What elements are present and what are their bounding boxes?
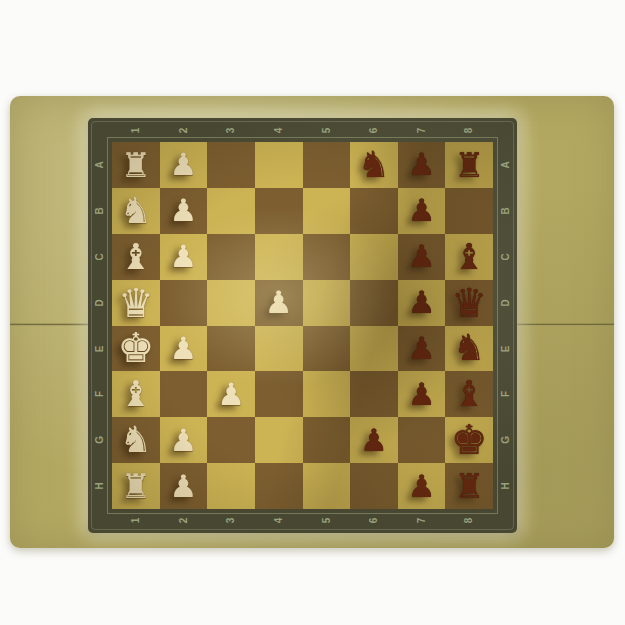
white-bishop: ♝ — [120, 376, 152, 412]
black-pawn: ♟ — [360, 425, 388, 456]
square-a1[interactable]: ♜ — [112, 142, 160, 188]
white-pawn: ♟ — [170, 149, 198, 180]
white-pawn: ♟ — [170, 425, 198, 456]
black-pawn: ♟ — [408, 287, 436, 318]
square-e4[interactable] — [255, 326, 303, 372]
square-d2[interactable] — [160, 280, 208, 326]
board-frame: 12345678 12345678 ABCDEFGH ABCDEFGH ♜♟♞♟… — [88, 118, 517, 533]
square-d3[interactable] — [207, 280, 255, 326]
black-bishop: ♝ — [453, 239, 485, 275]
square-d1[interactable]: ♛ — [112, 280, 160, 326]
black-knight: ♞ — [453, 330, 485, 366]
square-e7[interactable]: ♟ — [398, 326, 446, 372]
black-rook: ♜ — [454, 469, 484, 503]
square-c1[interactable]: ♝ — [112, 234, 160, 280]
square-a8[interactable]: ♜ — [445, 142, 493, 188]
square-a4[interactable] — [255, 142, 303, 188]
square-e6[interactable] — [350, 326, 398, 372]
square-f3[interactable]: ♟ — [207, 371, 255, 417]
white-pawn: ♟ — [170, 241, 198, 272]
square-h2[interactable]: ♟ — [160, 463, 208, 509]
square-h5[interactable] — [303, 463, 351, 509]
square-c3[interactable] — [207, 234, 255, 280]
square-d8[interactable]: ♛ — [445, 280, 493, 326]
square-g1[interactable]: ♞ — [112, 417, 160, 463]
square-c4[interactable] — [255, 234, 303, 280]
white-pawn: ♟ — [265, 287, 293, 318]
file-labels-left: ABCDEFGH — [91, 142, 108, 509]
square-f1[interactable]: ♝ — [112, 371, 160, 417]
white-knight: ♞ — [120, 422, 152, 458]
white-rook: ♜ — [121, 469, 151, 503]
square-g3[interactable] — [207, 417, 255, 463]
square-g6[interactable]: ♟ — [350, 417, 398, 463]
black-bishop: ♝ — [453, 376, 485, 412]
square-e3[interactable] — [207, 326, 255, 372]
square-g7[interactable] — [398, 417, 446, 463]
square-b2[interactable]: ♟ — [160, 188, 208, 234]
black-knight: ♞ — [358, 147, 390, 183]
file-labels-right: ABCDEFGH — [497, 142, 514, 509]
square-h6[interactable] — [350, 463, 398, 509]
square-e2[interactable]: ♟ — [160, 326, 208, 372]
square-b7[interactable]: ♟ — [398, 188, 446, 234]
rank-labels-bottom: 12345678 — [112, 512, 493, 529]
white-pawn: ♟ — [170, 333, 198, 364]
black-pawn: ♟ — [408, 471, 436, 502]
square-h1[interactable]: ♜ — [112, 463, 160, 509]
black-pawn: ♟ — [408, 241, 436, 272]
white-rook: ♜ — [121, 148, 151, 182]
square-f5[interactable] — [303, 371, 351, 417]
square-h8[interactable]: ♜ — [445, 463, 493, 509]
white-king: ♚ — [117, 328, 154, 369]
black-pawn: ♟ — [408, 379, 436, 410]
square-g8[interactable]: ♚ — [445, 417, 493, 463]
square-b1[interactable]: ♞ — [112, 188, 160, 234]
square-b6[interactable] — [350, 188, 398, 234]
square-d4[interactable]: ♟ — [255, 280, 303, 326]
white-pawn: ♟ — [217, 379, 245, 410]
white-pawn: ♟ — [170, 471, 198, 502]
square-d6[interactable] — [350, 280, 398, 326]
black-pawn: ♟ — [408, 149, 436, 180]
white-pawn: ♟ — [170, 195, 198, 226]
square-c7[interactable]: ♟ — [398, 234, 446, 280]
square-d5[interactable] — [303, 280, 351, 326]
square-a6[interactable]: ♞ — [350, 142, 398, 188]
white-bishop: ♝ — [120, 239, 152, 275]
black-pawn: ♟ — [408, 195, 436, 226]
square-b8[interactable] — [445, 188, 493, 234]
white-queen: ♛ — [118, 283, 154, 323]
square-a5[interactable] — [303, 142, 351, 188]
rank-labels-top: 12345678 — [112, 122, 493, 139]
square-b3[interactable] — [207, 188, 255, 234]
square-c2[interactable]: ♟ — [160, 234, 208, 280]
square-f8[interactable]: ♝ — [445, 371, 493, 417]
square-a2[interactable]: ♟ — [160, 142, 208, 188]
square-b5[interactable] — [303, 188, 351, 234]
square-h4[interactable] — [255, 463, 303, 509]
square-c5[interactable] — [303, 234, 351, 280]
square-c6[interactable] — [350, 234, 398, 280]
square-g4[interactable] — [255, 417, 303, 463]
square-e5[interactable] — [303, 326, 351, 372]
black-queen: ♛ — [451, 283, 487, 323]
black-pawn: ♟ — [408, 333, 436, 364]
square-d7[interactable]: ♟ — [398, 280, 446, 326]
square-e8[interactable]: ♞ — [445, 326, 493, 372]
square-h3[interactable] — [207, 463, 255, 509]
square-e1[interactable]: ♚ — [112, 326, 160, 372]
square-a3[interactable] — [207, 142, 255, 188]
square-c8[interactable]: ♝ — [445, 234, 493, 280]
white-knight: ♞ — [120, 193, 152, 229]
board-grid: ♜♟♞♟♜♞♟♟♝♟♟♝♛♟♟♛♚♟♟♞♝♟♟♝♞♟♟♚♜♟♟♜ — [112, 142, 493, 509]
black-king: ♚ — [451, 420, 488, 461]
square-f4[interactable] — [255, 371, 303, 417]
black-rook: ♜ — [454, 148, 484, 182]
square-g5[interactable] — [303, 417, 351, 463]
square-f2[interactable] — [160, 371, 208, 417]
square-f7[interactable]: ♟ — [398, 371, 446, 417]
square-b4[interactable] — [255, 188, 303, 234]
square-f6[interactable] — [350, 371, 398, 417]
square-a7[interactable]: ♟ — [398, 142, 446, 188]
square-g2[interactable]: ♟ — [160, 417, 208, 463]
square-h7[interactable]: ♟ — [398, 463, 446, 509]
